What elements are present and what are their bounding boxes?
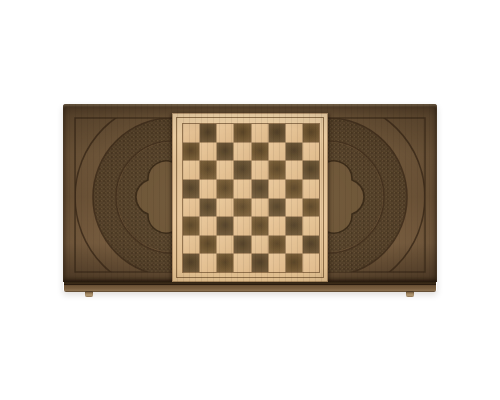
square-d5 [234,180,250,198]
square-a5 [183,180,199,198]
square-e5 [252,180,268,198]
square-e7 [252,143,268,161]
square-a6 [183,161,199,179]
square-b1 [200,254,216,272]
square-e2 [252,236,268,254]
square-g8 [286,124,302,142]
square-f3 [269,217,285,235]
case-foot-left [85,291,93,297]
square-g4 [286,199,302,217]
chessboard [172,113,328,282]
square-h1 [303,254,319,272]
square-f6 [269,161,285,179]
square-c1 [217,254,233,272]
square-b2 [200,236,216,254]
square-c2 [217,236,233,254]
square-c5 [217,180,233,198]
square-d6 [234,161,250,179]
case-lid-face [63,104,437,282]
square-b8 [200,124,216,142]
square-f7 [269,143,285,161]
case-bottom-edge [64,282,436,292]
square-c8 [217,124,233,142]
square-b4 [200,199,216,217]
square-g2 [286,236,302,254]
square-c6 [217,161,233,179]
square-c4 [217,199,233,217]
square-f1 [269,254,285,272]
product-photo-scene [0,0,500,400]
square-b5 [200,180,216,198]
square-a1 [183,254,199,272]
square-e8 [252,124,268,142]
square-g1 [286,254,302,272]
square-h8 [303,124,319,142]
square-f8 [269,124,285,142]
case-foot-right [406,291,414,297]
square-c7 [217,143,233,161]
square-d4 [234,199,250,217]
square-b7 [200,143,216,161]
square-c3 [217,217,233,235]
square-h4 [303,199,319,217]
square-a4 [183,199,199,217]
square-d8 [234,124,250,142]
square-e6 [252,161,268,179]
square-h3 [303,217,319,235]
square-g3 [286,217,302,235]
square-g7 [286,143,302,161]
square-f4 [269,199,285,217]
square-h2 [303,236,319,254]
backgammon-case [63,104,437,292]
square-a7 [183,143,199,161]
square-d7 [234,143,250,161]
square-b6 [200,161,216,179]
square-a3 [183,217,199,235]
square-a2 [183,236,199,254]
square-g5 [286,180,302,198]
square-f5 [269,180,285,198]
square-d2 [234,236,250,254]
square-b3 [200,217,216,235]
square-d3 [234,217,250,235]
square-h6 [303,161,319,179]
square-a8 [183,124,199,142]
square-e1 [252,254,268,272]
square-e3 [252,217,268,235]
square-f2 [269,236,285,254]
square-g6 [286,161,302,179]
square-h5 [303,180,319,198]
square-d1 [234,254,250,272]
chessboard-grid [182,123,320,273]
square-h7 [303,143,319,161]
square-e4 [252,199,268,217]
